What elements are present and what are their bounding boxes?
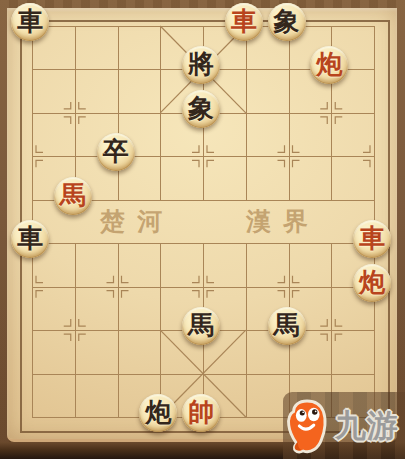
point-c1r5[interactable] [11,178,54,221]
point-c8r8[interactable] [310,308,353,351]
point-c5r1[interactable] [182,4,225,47]
jiuyou-mascot-icon [283,397,333,455]
point-c3r5[interactable] [96,178,139,221]
point-c3r9[interactable] [96,352,139,395]
point-c3r7[interactable] [96,265,139,308]
point-c4r8[interactable] [139,308,182,351]
point-c8r6[interactable] [310,221,353,264]
piece-black-soldier[interactable]: 卒 [97,133,135,171]
point-c5r4[interactable] [182,135,225,178]
point-c3r2[interactable] [96,48,139,91]
piece-red-general[interactable]: 帥 [182,394,220,432]
point-c9r4[interactable] [353,135,396,178]
point-c4r6[interactable] [139,221,182,264]
jiuyou-watermark: 九游 [283,392,405,459]
point-c1r7[interactable] [11,265,54,308]
point-c7r3[interactable] [267,91,310,134]
point-c6r5[interactable] [224,178,267,221]
piece-red-chariot[interactable]: 車 [353,220,391,258]
point-c4r7[interactable] [139,265,182,308]
point-c4r1[interactable] [139,4,182,47]
point-c2r6[interactable] [53,221,96,264]
point-c6r2[interactable] [224,48,267,91]
point-c7r6[interactable] [267,221,310,264]
point-c2r2[interactable] [53,48,96,91]
point-c6r3[interactable] [224,91,267,134]
piece-red-chariot[interactable]: 車 [225,3,263,41]
point-c6r6[interactable] [224,221,267,264]
point-c4r2[interactable] [139,48,182,91]
point-c1r9[interactable] [11,352,54,395]
point-c1r4[interactable] [11,135,54,178]
point-c8r1[interactable] [310,4,353,47]
point-c5r5[interactable] [182,178,225,221]
point-c5r6[interactable] [182,221,225,264]
point-c1r10[interactable] [11,395,54,438]
point-c3r3[interactable] [96,91,139,134]
point-c7r4[interactable] [267,135,310,178]
point-c6r10[interactable] [224,395,267,438]
point-c1r3[interactable] [11,91,54,134]
point-c5r9[interactable] [182,352,225,395]
point-c8r5[interactable] [310,178,353,221]
point-c6r7[interactable] [224,265,267,308]
point-c8r3[interactable] [310,91,353,134]
point-c4r4[interactable] [139,135,182,178]
point-c7r2[interactable] [267,48,310,91]
piece-black-chariot[interactable]: 車 [11,3,49,41]
point-c2r7[interactable] [53,265,96,308]
point-c3r8[interactable] [96,308,139,351]
point-c2r4[interactable] [53,135,96,178]
point-c6r9[interactable] [224,352,267,395]
piece-black-chariot[interactable]: 車 [11,220,49,258]
piece-black-cannon[interactable]: 炮 [139,394,177,432]
point-c5r7[interactable] [182,265,225,308]
point-c6r8[interactable] [224,308,267,351]
point-c8r4[interactable] [310,135,353,178]
piece-black-horse[interactable]: 馬 [182,307,220,345]
point-c4r3[interactable] [139,91,182,134]
point-c9r2[interactable] [353,48,396,91]
point-c2r1[interactable] [53,4,96,47]
point-c9r8[interactable] [353,308,396,351]
piece-black-elephant[interactable]: 象 [268,3,306,41]
point-c9r5[interactable] [353,178,396,221]
point-c8r9[interactable] [310,352,353,395]
point-c8r7[interactable] [310,265,353,308]
point-c7r9[interactable] [267,352,310,395]
point-c3r6[interactable] [96,221,139,264]
point-c2r10[interactable] [53,395,96,438]
point-c7r7[interactable] [267,265,310,308]
point-c2r9[interactable] [53,352,96,395]
point-c2r8[interactable] [53,308,96,351]
piece-black-horse[interactable]: 馬 [268,307,306,345]
point-c9r1[interactable] [353,4,396,47]
piece-black-elephant[interactable]: 象 [182,90,220,128]
point-c7r5[interactable] [267,178,310,221]
point-c3r10[interactable] [96,395,139,438]
point-c1r2[interactable] [11,48,54,91]
point-c9r9[interactable] [353,352,396,395]
point-c2r3[interactable] [53,91,96,134]
point-c3r1[interactable] [96,4,139,47]
piece-red-horse[interactable]: 馬 [54,177,92,215]
piece-red-cannon[interactable]: 炮 [353,264,391,302]
watermark-text: 九游 [335,405,399,447]
point-c9r3[interactable] [353,91,396,134]
point-c6r4[interactable] [224,135,267,178]
xiangqi-game-screenshot: 楚河 漢界 車車象將炮象卒馬車車炮馬馬炮帥 九游 [0,0,405,459]
point-c4r9[interactable] [139,352,182,395]
point-c4r5[interactable] [139,178,182,221]
point-c1r8[interactable] [11,308,54,351]
